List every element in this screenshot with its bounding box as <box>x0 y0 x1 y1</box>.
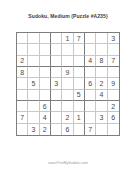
cell-r4c4[interactable] <box>51 67 62 78</box>
cell-r4c6[interactable] <box>74 67 85 78</box>
cell-r5c7[interactable]: 6 <box>85 78 96 89</box>
cell-r8c4[interactable] <box>51 112 62 123</box>
cell-r9c5[interactable]: 6 <box>62 124 73 135</box>
cell-r1c5[interactable]: 1 <box>62 33 73 44</box>
cell-r4c7[interactable] <box>85 67 96 78</box>
cell-r5c6[interactable] <box>74 78 85 89</box>
cell-r7c1[interactable] <box>17 101 28 112</box>
cell-r3c1[interactable]: 2 <box>17 56 28 67</box>
cell-r6c5[interactable] <box>62 90 73 101</box>
cell-r3c6[interactable] <box>74 56 85 67</box>
cell-r1c8[interactable] <box>96 33 107 44</box>
cell-r7c9[interactable]: 2 <box>108 101 119 112</box>
cell-r6c1[interactable] <box>17 90 28 101</box>
cell-r1c4[interactable] <box>51 33 62 44</box>
cell-r4c9[interactable] <box>108 67 119 78</box>
cell-r3c3[interactable] <box>40 56 51 67</box>
cell-r8c6[interactable]: 1 <box>74 112 85 123</box>
cell-r9c2[interactable]: 3 <box>28 124 39 135</box>
cell-r2c2[interactable] <box>28 44 39 55</box>
cell-r3c2[interactable] <box>28 56 39 67</box>
cell-r7c6[interactable] <box>74 101 85 112</box>
cell-r7c7[interactable] <box>85 101 96 112</box>
cell-r3c9[interactable]: 7 <box>108 56 119 67</box>
cell-r6c2[interactable] <box>28 90 39 101</box>
cell-r9c8[interactable] <box>96 124 107 135</box>
cell-r6c7[interactable] <box>85 90 96 101</box>
cell-r5c4[interactable]: 3 <box>51 78 62 89</box>
cell-r5c3[interactable] <box>40 78 51 89</box>
cell-r9c3[interactable]: 2 <box>40 124 51 135</box>
cell-r8c8[interactable]: 3 <box>96 112 107 123</box>
cell-r2c4[interactable] <box>51 44 62 55</box>
cell-r4c5[interactable]: 9 <box>62 67 73 78</box>
cell-r1c7[interactable] <box>85 33 96 44</box>
cell-r8c2[interactable] <box>28 112 39 123</box>
cell-r6c9[interactable] <box>108 90 119 101</box>
cell-r9c9[interactable] <box>108 124 119 135</box>
cell-r6c8[interactable]: 4 <box>96 90 107 101</box>
cell-r8c5[interactable]: 2 <box>62 112 73 123</box>
cell-r1c6[interactable]: 7 <box>74 33 85 44</box>
cell-r2c3[interactable] <box>40 44 51 55</box>
cell-r3c5[interactable] <box>62 56 73 67</box>
cell-r5c5[interactable] <box>62 78 73 89</box>
cell-r7c8[interactable] <box>96 101 107 112</box>
cell-r7c3[interactable]: 6 <box>40 101 51 112</box>
cell-r2c5[interactable] <box>62 44 73 55</box>
cell-r9c6[interactable] <box>74 124 85 135</box>
cell-r6c3[interactable] <box>40 90 51 101</box>
cell-r4c3[interactable] <box>40 67 51 78</box>
cell-r3c7[interactable]: 4 <box>85 56 96 67</box>
cell-r8c3[interactable]: 4 <box>40 112 51 123</box>
cell-r5c2[interactable]: 5 <box>28 78 39 89</box>
cell-r9c4[interactable] <box>51 124 62 135</box>
cell-r3c4[interactable] <box>51 56 62 67</box>
cell-r3c8[interactable]: 8 <box>96 56 107 67</box>
cell-r2c8[interactable] <box>96 44 107 55</box>
cell-r8c9[interactable]: 6 <box>108 112 119 123</box>
cell-r1c2[interactable] <box>28 33 39 44</box>
footer-url: www.PrintMySudoku.com <box>0 161 136 165</box>
cell-r5c1[interactable] <box>17 78 28 89</box>
cell-r5c8[interactable]: 2 <box>96 78 107 89</box>
cell-r7c5[interactable] <box>62 101 73 112</box>
cell-r5c9[interactable]: 9 <box>108 78 119 89</box>
cell-r9c1[interactable] <box>17 124 28 135</box>
cell-r2c6[interactable] <box>74 44 85 55</box>
cell-r2c7[interactable] <box>85 44 96 55</box>
cell-r8c1[interactable]: 7 <box>17 112 28 123</box>
cell-r8c7[interactable] <box>85 112 96 123</box>
cell-r1c3[interactable] <box>40 33 51 44</box>
cell-r7c2[interactable] <box>28 101 39 112</box>
cell-r4c8[interactable] <box>96 67 107 78</box>
cell-r2c9[interactable] <box>108 44 119 55</box>
cell-r9c7[interactable]: 7 <box>85 124 96 135</box>
puzzle-title: Sudoku, Medium (Puzzle #A235) <box>0 13 136 19</box>
cell-r6c6[interactable]: 5 <box>74 90 85 101</box>
cell-r1c9[interactable]: 3 <box>108 33 119 44</box>
sudoku-board: 1732487895362954627421363267 <box>16 32 120 136</box>
cell-r7c4[interactable] <box>51 101 62 112</box>
cell-r6c4[interactable] <box>51 90 62 101</box>
cell-r4c2[interactable] <box>28 67 39 78</box>
cell-r4c1[interactable]: 8 <box>17 67 28 78</box>
cell-r1c1[interactable] <box>17 33 28 44</box>
cell-r2c1[interactable] <box>17 44 28 55</box>
